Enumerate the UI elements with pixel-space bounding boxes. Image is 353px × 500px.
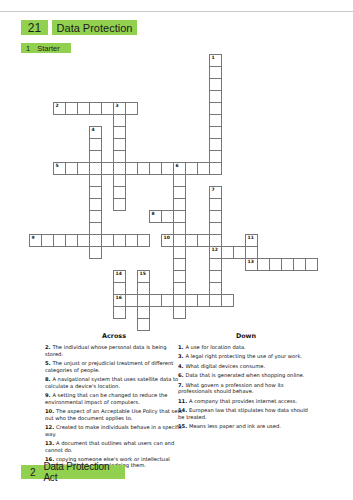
- worksheet-page: 21 Data Protection 1 Starter 12345678910…: [0, 0, 353, 500]
- crossword-cell[interactable]: [137, 234, 150, 247]
- clue-8-across: 8. A navigational system that uses satel…: [45, 376, 183, 389]
- cell-number: 4: [92, 128, 95, 133]
- page-title: Data Protection: [57, 22, 133, 34]
- clue-13-across: 13. A document that outlines what users …: [45, 440, 183, 453]
- starter-number: 1: [26, 44, 30, 53]
- cell-number: 15: [140, 272, 146, 277]
- clue-6-down: 6. Data that is generated when shopping …: [178, 372, 314, 379]
- cell-number: 16: [116, 296, 122, 301]
- section2-bar: 2 Data Protection Act: [21, 465, 125, 479]
- cell-number: 10: [164, 236, 170, 241]
- cell-number: 11: [248, 236, 254, 241]
- clue-9-across: 9. A setting that can be changed to redu…: [45, 392, 183, 405]
- cell-number: 9: [32, 236, 35, 241]
- crossword-cell[interactable]: [125, 102, 138, 115]
- crossword-cell[interactable]: [221, 294, 234, 307]
- unit-number-badge: 21: [21, 20, 48, 35]
- clue-3-down: 3. A legal right protecting the use of y…: [178, 353, 314, 360]
- crossword-cell[interactable]: [209, 162, 222, 175]
- down-header: Down: [178, 332, 314, 340]
- top-divider: [0, 11, 353, 12]
- clue-11-down: 11. A company that provides internet acc…: [178, 398, 314, 405]
- down-clues-column: Down 1. A use for location data.3. A leg…: [178, 332, 314, 432]
- clue-7-down: 7. What govern a profession and how its …: [178, 382, 314, 395]
- starter-section-bar: 1 Starter: [21, 43, 71, 53]
- clue-12-across: 12. Created to make individuals behave i…: [45, 424, 183, 437]
- clue-14-down: 14. European law that stipulates how dat…: [178, 407, 314, 420]
- cell-number: 2: [56, 104, 59, 109]
- cell-number: 8: [152, 212, 155, 217]
- cell-number: 7: [212, 188, 215, 193]
- section2-title: Data Protection Act: [43, 461, 125, 483]
- unit-title-bar: Data Protection: [52, 20, 137, 35]
- section2-number: 2: [30, 467, 35, 478]
- cell-number: 3: [116, 104, 119, 109]
- crossword-cell[interactable]: [173, 306, 186, 319]
- cell-number: 5: [56, 164, 59, 169]
- crossword-cell[interactable]: [113, 198, 126, 211]
- clue-2-across: 2. The individual whose personal data is…: [45, 344, 183, 357]
- starter-title: Starter: [37, 44, 60, 53]
- cell-number: 1: [212, 56, 215, 61]
- across-clues-column: Across 2. The individual whose personal …: [45, 332, 183, 472]
- cell-number: 12: [212, 248, 218, 253]
- clue-1-down: 1. A use for location data.: [178, 344, 314, 351]
- clue-4-down: 4. What digital devices consume.: [178, 363, 314, 370]
- cell-number: 13: [248, 260, 254, 265]
- crossword-cell[interactable]: [305, 258, 318, 271]
- crossword-cell[interactable]: [137, 318, 150, 331]
- crossword-cell[interactable]: [113, 306, 126, 319]
- unit-number: 21: [28, 21, 41, 35]
- cell-number: 6: [176, 164, 179, 169]
- cell-number: 14: [116, 272, 122, 277]
- crossword-cell[interactable]: [89, 246, 102, 259]
- crossword-grid: 12345678910111213141516: [29, 54, 319, 332]
- clue-10-across: 10. The aspect of an Acceptable Use Poli…: [45, 408, 183, 421]
- clue-5-across: 5. The unjust or prejudicial treatment o…: [45, 360, 183, 373]
- across-header: Across: [45, 332, 183, 340]
- clue-15-down: 15. Means less paper and ink are used.: [178, 423, 314, 430]
